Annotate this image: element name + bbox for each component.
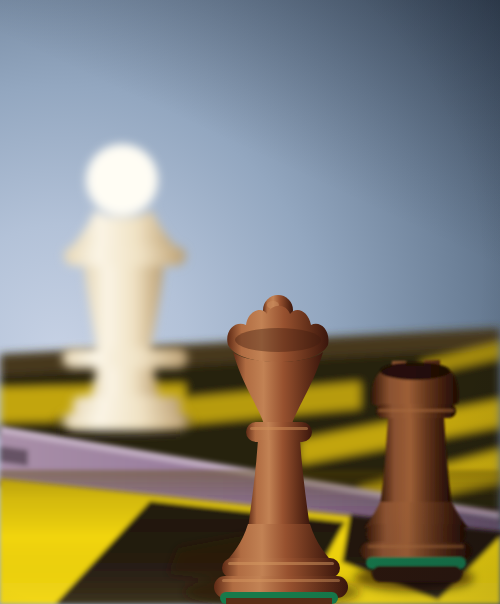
boards-and-pieces bbox=[0, 0, 500, 604]
rook-cup-interior bbox=[380, 362, 450, 380]
queen-coronet-shading bbox=[235, 328, 321, 352]
chess-photo-scene bbox=[0, 0, 500, 604]
